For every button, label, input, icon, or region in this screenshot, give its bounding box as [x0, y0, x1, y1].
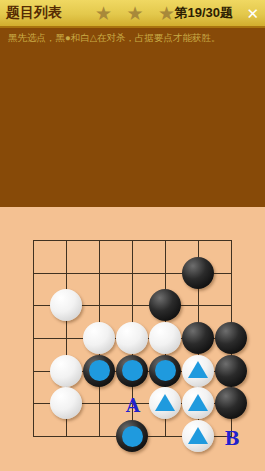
white-stone [83, 322, 115, 354]
white-stone [50, 289, 82, 321]
circle-mark-icon [89, 360, 110, 381]
white-stone-marked [182, 355, 214, 387]
black-stone [215, 355, 247, 387]
white-stone-marked [182, 420, 214, 452]
triangle-mark-icon [155, 394, 175, 411]
problem-panel: 黑先选点，黑●和白△在对杀，占据要点才能获胜。 [0, 28, 265, 207]
star-icon: ★ [126, 4, 143, 23]
problem-description: 黑先选点，黑●和白△在对杀，占据要点才能获胜。 [0, 28, 265, 45]
white-stone [50, 387, 82, 419]
white-stone [149, 322, 181, 354]
black-stone-marked [116, 355, 148, 387]
problem-progress: 第19/30题 [174, 4, 233, 22]
grid-line-vertical [33, 240, 34, 437]
black-stone-marked [149, 355, 181, 387]
black-stone-marked [83, 355, 115, 387]
triangle-mark-icon [188, 361, 208, 378]
star-icon: ★ [158, 4, 175, 23]
label-a-point[interactable]: A [116, 387, 149, 420]
label-b-point[interactable]: B [215, 420, 248, 453]
black-stone [182, 322, 214, 354]
triangle-mark-icon [188, 427, 208, 444]
white-stone [116, 322, 148, 354]
black-stone [215, 387, 247, 419]
white-stone-marked [182, 387, 214, 419]
difficulty-stars: ★★★ [95, 0, 175, 26]
white-stone [50, 355, 82, 387]
back-button[interactable]: 题目列表 [6, 4, 62, 22]
point-label-text: A [126, 397, 140, 415]
board-area: AB [0, 207, 265, 471]
black-stone [215, 322, 247, 354]
header-bar: 题目列表 ★★★ 第19/30题 ✕ [0, 0, 265, 28]
white-stone-marked [149, 387, 181, 419]
circle-mark-icon [122, 360, 143, 381]
go-board[interactable]: AB [17, 224, 248, 453]
black-stone-marked [116, 420, 148, 452]
close-icon[interactable]: ✕ [246, 6, 259, 21]
black-stone [149, 289, 181, 321]
black-stone [182, 257, 214, 289]
triangle-mark-icon [188, 394, 208, 411]
circle-mark-icon [155, 360, 176, 381]
circle-mark-icon [122, 426, 143, 447]
point-label-text: B [224, 430, 239, 448]
star-icon: ★ [95, 4, 112, 23]
